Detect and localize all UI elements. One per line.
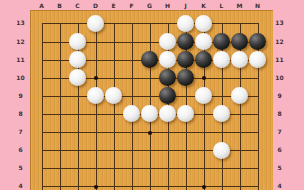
stone-black-H9[interactable] [159, 87, 176, 104]
stone-white-K9[interactable] [195, 87, 212, 104]
stone-white-L8[interactable] [213, 105, 230, 122]
stone-white-H8[interactable] [159, 105, 176, 122]
col-label-B: B [57, 3, 62, 9]
row-label-right-7: 7 [277, 129, 281, 135]
col-label-E: E [111, 3, 115, 9]
stone-white-J13[interactable] [177, 15, 194, 32]
grid-line-vertical [42, 23, 43, 190]
stone-white-F8[interactable] [123, 105, 140, 122]
row-label-right-6: 6 [277, 147, 281, 153]
stone-white-H12[interactable] [159, 33, 176, 50]
row-label-left-7: 7 [18, 129, 22, 135]
star-point-K4 [202, 185, 206, 189]
stone-black-J10[interactable] [177, 69, 194, 86]
go-board[interactable] [30, 10, 273, 190]
stone-white-E9[interactable] [105, 87, 122, 104]
grid-line-horizontal [42, 168, 259, 169]
star-point-D4 [94, 185, 98, 189]
row-label-left-10: 10 [16, 75, 24, 81]
col-label-C: C [75, 3, 79, 9]
stone-white-M9[interactable] [231, 87, 248, 104]
star-point-G7 [148, 131, 152, 135]
stone-black-N12[interactable] [249, 33, 266, 50]
row-label-left-8: 8 [18, 111, 22, 117]
row-label-left-6: 6 [18, 147, 22, 153]
stone-white-J8[interactable] [177, 105, 194, 122]
col-label-N: N [255, 3, 260, 9]
stone-black-M12[interactable] [231, 33, 248, 50]
row-label-right-11: 11 [275, 57, 283, 63]
row-label-left-11: 11 [16, 57, 24, 63]
stone-white-C12[interactable] [69, 33, 86, 50]
go-app-window: ABCDEFGHJKLMN131312121111101099887766554… [0, 0, 304, 190]
stone-black-J12[interactable] [177, 33, 194, 50]
stone-black-J11[interactable] [177, 51, 194, 68]
stone-white-D13[interactable] [87, 15, 104, 32]
stone-white-G8[interactable] [141, 105, 158, 122]
stone-white-C10[interactable] [69, 69, 86, 86]
row-label-right-13: 13 [275, 20, 283, 26]
grid-line-horizontal [42, 186, 259, 187]
row-label-right-4: 4 [277, 183, 281, 189]
row-label-right-5: 5 [277, 165, 281, 171]
row-label-right-8: 8 [277, 111, 281, 117]
stone-white-C11[interactable] [69, 51, 86, 68]
row-label-right-9: 9 [277, 93, 281, 99]
stone-white-D9[interactable] [87, 87, 104, 104]
stone-white-L11[interactable] [213, 51, 230, 68]
row-label-left-5: 5 [18, 165, 22, 171]
stone-black-H10[interactable] [159, 69, 176, 86]
grid-line-vertical [60, 23, 61, 190]
stone-white-N11[interactable] [249, 51, 266, 68]
row-label-right-12: 12 [275, 39, 283, 45]
stone-black-G11[interactable] [141, 51, 158, 68]
row-label-left-13: 13 [16, 20, 24, 26]
stone-white-K12[interactable] [195, 33, 212, 50]
stone-white-H11[interactable] [159, 51, 176, 68]
col-label-L: L [220, 3, 224, 9]
col-label-A: A [39, 3, 44, 9]
row-label-left-4: 4 [18, 183, 22, 189]
row-label-left-12: 12 [16, 39, 24, 45]
col-label-J: J [184, 3, 186, 9]
star-point-D10 [94, 76, 98, 80]
row-label-right-10: 10 [275, 75, 283, 81]
stone-white-M11[interactable] [231, 51, 248, 68]
stone-white-K13[interactable] [195, 15, 212, 32]
star-point-K10 [202, 76, 206, 80]
stone-black-L12[interactable] [213, 33, 230, 50]
row-label-left-9: 9 [18, 93, 22, 99]
grid-line-vertical [96, 23, 97, 190]
col-label-G: G [147, 3, 152, 9]
col-label-D: D [93, 3, 98, 9]
col-label-K: K [201, 3, 206, 9]
grid-line-vertical [114, 23, 115, 190]
stone-black-K11[interactable] [195, 51, 212, 68]
stone-white-L6[interactable] [213, 142, 230, 159]
col-label-H: H [165, 3, 170, 9]
col-label-M: M [237, 3, 243, 9]
col-label-F: F [129, 3, 133, 9]
